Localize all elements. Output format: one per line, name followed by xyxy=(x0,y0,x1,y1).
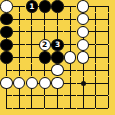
black-stone xyxy=(39,0,51,12)
white-stone xyxy=(77,26,89,38)
intersection-8-6[interactable] xyxy=(102,77,115,90)
intersection-1-7[interactable] xyxy=(13,89,26,102)
intersection-4-2[interactable] xyxy=(51,26,64,39)
intersection-7-8[interactable] xyxy=(89,102,102,115)
intersection-8-7[interactable] xyxy=(102,89,115,102)
intersection-8-5[interactable] xyxy=(102,64,115,77)
intersection-4-6[interactable] xyxy=(51,77,64,90)
white-stone xyxy=(64,51,76,63)
intersection-0-1[interactable] xyxy=(0,13,13,26)
white-stone xyxy=(0,0,12,12)
white-stone xyxy=(51,77,63,89)
black-stone: 1 xyxy=(26,0,38,12)
intersection-6-1[interactable] xyxy=(77,13,90,26)
intersection-1-8[interactable] xyxy=(13,102,26,115)
intersection-7-5[interactable] xyxy=(89,64,102,77)
intersection-2-8[interactable] xyxy=(26,102,39,115)
white-stone: 2 xyxy=(39,39,51,51)
intersection-7-4[interactable] xyxy=(89,51,102,64)
intersection-0-8[interactable] xyxy=(0,102,13,115)
intersection-3-7[interactable] xyxy=(38,89,51,102)
move-number-label: 3 xyxy=(55,41,60,49)
intersection-1-5[interactable] xyxy=(13,64,26,77)
intersection-0-7[interactable] xyxy=(0,89,13,102)
white-stone xyxy=(77,0,89,12)
intersection-6-8[interactable] xyxy=(77,102,90,115)
intersection-2-2[interactable] xyxy=(26,26,39,39)
intersection-6-0[interactable] xyxy=(77,0,90,13)
intersection-0-6[interactable] xyxy=(0,77,13,90)
intersection-2-1[interactable] xyxy=(26,13,39,26)
intersection-6-5[interactable] xyxy=(77,64,90,77)
intersection-8-0[interactable] xyxy=(102,0,115,13)
intersection-5-4[interactable] xyxy=(64,51,77,64)
intersection-3-8[interactable] xyxy=(38,102,51,115)
intersection-5-5[interactable] xyxy=(64,64,77,77)
intersection-2-5[interactable] xyxy=(26,64,39,77)
white-stone xyxy=(13,77,25,89)
intersection-3-6[interactable] xyxy=(38,77,51,90)
intersection-7-3[interactable] xyxy=(89,38,102,51)
intersection-5-7[interactable] xyxy=(64,89,77,102)
intersection-7-2[interactable] xyxy=(89,26,102,39)
intersection-7-1[interactable] xyxy=(89,13,102,26)
black-stone xyxy=(39,51,51,63)
intersection-4-8[interactable] xyxy=(51,102,64,115)
intersection-8-8[interactable] xyxy=(102,102,115,115)
intersection-8-1[interactable] xyxy=(102,13,115,26)
intersection-8-3[interactable] xyxy=(102,38,115,51)
intersection-1-2[interactable] xyxy=(13,26,26,39)
intersection-6-4[interactable] xyxy=(77,51,90,64)
intersection-4-5[interactable] xyxy=(51,64,64,77)
intersection-4-1[interactable] xyxy=(51,13,64,26)
intersection-4-4[interactable] xyxy=(51,51,64,64)
white-stone xyxy=(77,51,89,63)
intersection-5-0[interactable] xyxy=(64,0,77,13)
black-stone xyxy=(0,26,12,38)
black-stone xyxy=(51,51,63,63)
intersection-3-1[interactable] xyxy=(38,13,51,26)
intersection-3-0[interactable] xyxy=(38,0,51,13)
intersection-6-3[interactable] xyxy=(77,38,90,51)
intersection-2-0[interactable]: 1 xyxy=(26,0,39,13)
go-board[interactable]: 123 xyxy=(0,0,115,115)
intersection-5-6[interactable] xyxy=(64,77,77,90)
white-stone xyxy=(0,77,12,89)
intersection-1-1[interactable] xyxy=(13,13,26,26)
intersection-2-3[interactable] xyxy=(26,38,39,51)
intersection-0-5[interactable] xyxy=(0,64,13,77)
intersection-0-4[interactable] xyxy=(0,51,13,64)
intersection-4-3[interactable]: 3 xyxy=(51,38,64,51)
intersection-5-3[interactable] xyxy=(64,38,77,51)
intersection-4-7[interactable] xyxy=(51,89,64,102)
white-stone xyxy=(26,77,38,89)
intersection-5-8[interactable] xyxy=(64,102,77,115)
intersection-5-1[interactable] xyxy=(64,13,77,26)
intersection-3-2[interactable] xyxy=(38,26,51,39)
intersection-8-2[interactable] xyxy=(102,26,115,39)
white-stone xyxy=(77,39,89,51)
move-number-label: 2 xyxy=(42,41,47,49)
intersection-5-2[interactable] xyxy=(64,26,77,39)
intersection-6-2[interactable] xyxy=(77,26,90,39)
black-stone xyxy=(0,39,12,51)
intersection-2-7[interactable] xyxy=(26,89,39,102)
intersection-1-0[interactable] xyxy=(13,0,26,13)
intersection-3-4[interactable] xyxy=(38,51,51,64)
intersection-0-0[interactable] xyxy=(0,0,13,13)
white-stone xyxy=(51,64,63,76)
intersection-8-4[interactable] xyxy=(102,51,115,64)
black-stone xyxy=(51,0,63,12)
intersection-0-3[interactable] xyxy=(0,38,13,51)
move-number-label: 1 xyxy=(29,3,34,11)
black-stone xyxy=(0,13,12,25)
intersection-1-4[interactable] xyxy=(13,51,26,64)
intersection-2-4[interactable] xyxy=(26,51,39,64)
white-stone xyxy=(77,13,89,25)
intersection-1-3[interactable] xyxy=(13,38,26,51)
intersection-1-6[interactable] xyxy=(13,77,26,90)
intersection-3-5[interactable] xyxy=(38,64,51,77)
intersection-7-0[interactable] xyxy=(89,0,102,13)
intersection-7-6[interactable] xyxy=(89,77,102,90)
intersection-6-6[interactable] xyxy=(77,77,90,90)
intersection-4-0[interactable] xyxy=(51,0,64,13)
intersection-3-3[interactable]: 2 xyxy=(38,38,51,51)
intersection-0-2[interactable] xyxy=(0,26,13,39)
intersection-7-7[interactable] xyxy=(89,89,102,102)
black-stone: 3 xyxy=(51,39,63,51)
intersection-2-6[interactable] xyxy=(26,77,39,90)
intersection-6-7[interactable] xyxy=(77,89,90,102)
white-stone xyxy=(39,77,51,89)
star-point xyxy=(81,81,86,86)
black-stone xyxy=(0,51,12,63)
